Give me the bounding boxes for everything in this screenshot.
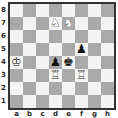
square-e3[interactable] xyxy=(62,69,75,82)
chess-diagram: 87654321 ♞♘♞♘♟♚♔♟♚♜♖♜♖ abcdefgh xyxy=(0,0,118,118)
square-c2[interactable] xyxy=(36,82,49,95)
white-rook-f3[interactable]: ♜♖ xyxy=(75,69,88,82)
rank-label-8: 8 xyxy=(0,4,7,17)
square-b3[interactable] xyxy=(23,69,36,82)
file-label-h: h xyxy=(101,110,114,118)
piece-outline: ♘ xyxy=(49,17,62,30)
rank-label-5: 5 xyxy=(0,43,7,56)
square-g7[interactable] xyxy=(88,17,101,30)
square-h6[interactable] xyxy=(101,30,114,43)
file-label-d: d xyxy=(49,110,62,118)
file-label-e: e xyxy=(62,110,75,118)
white-knight-d7[interactable]: ♞♘ xyxy=(49,17,62,30)
file-label-b: b xyxy=(23,110,36,118)
piece-fill: ♟ xyxy=(75,43,88,56)
square-a7[interactable] xyxy=(10,17,23,30)
file-label-f: f xyxy=(75,110,88,118)
square-c7[interactable] xyxy=(36,17,49,30)
white-rook-d3[interactable]: ♜♖ xyxy=(49,69,62,82)
square-a6[interactable] xyxy=(10,30,23,43)
piece-outline: ♔ xyxy=(10,56,23,69)
square-h8[interactable] xyxy=(101,4,114,17)
square-g5[interactable] xyxy=(88,43,101,56)
square-h4[interactable] xyxy=(101,56,114,69)
square-c4[interactable] xyxy=(36,56,49,69)
file-label-c: c xyxy=(36,110,49,118)
rank-label-2: 2 xyxy=(0,82,7,95)
square-e4[interactable]: ♚ xyxy=(62,56,75,69)
square-g8[interactable] xyxy=(88,4,101,17)
black-pawn-f5[interactable]: ♟ xyxy=(75,43,88,56)
file-label-g: g xyxy=(88,110,101,118)
square-g6[interactable] xyxy=(88,30,101,43)
square-c6[interactable] xyxy=(36,30,49,43)
square-c8[interactable] xyxy=(36,4,49,17)
rank-label-1: 1 xyxy=(0,95,7,108)
square-c3[interactable] xyxy=(36,69,49,82)
square-f8[interactable] xyxy=(75,4,88,17)
square-d6[interactable] xyxy=(49,30,62,43)
piece-fill: ♚ xyxy=(62,56,75,69)
piece-outline: ♖ xyxy=(75,69,88,82)
square-d2[interactable] xyxy=(49,82,62,95)
square-e1[interactable] xyxy=(62,95,75,108)
square-e2[interactable] xyxy=(62,82,75,95)
square-e7[interactable]: ♞♘ xyxy=(62,17,75,30)
square-a3[interactable] xyxy=(10,69,23,82)
square-g2[interactable] xyxy=(88,82,101,95)
rank-labels: 87654321 xyxy=(0,4,7,108)
square-f2[interactable] xyxy=(75,82,88,95)
square-d3[interactable]: ♜♖ xyxy=(49,69,62,82)
square-h3[interactable] xyxy=(101,69,114,82)
square-f1[interactable] xyxy=(75,95,88,108)
rank-label-6: 6 xyxy=(0,30,7,43)
square-c1[interactable] xyxy=(36,95,49,108)
square-f3[interactable]: ♜♖ xyxy=(75,69,88,82)
square-h5[interactable] xyxy=(101,43,114,56)
square-b5[interactable] xyxy=(23,43,36,56)
square-b7[interactable] xyxy=(23,17,36,30)
square-a8[interactable] xyxy=(10,4,23,17)
white-knight-e7[interactable]: ♞♘ xyxy=(62,17,75,30)
square-b1[interactable] xyxy=(23,95,36,108)
square-b2[interactable] xyxy=(23,82,36,95)
square-a2[interactable] xyxy=(10,82,23,95)
square-f7[interactable] xyxy=(75,17,88,30)
square-f5[interactable]: ♟ xyxy=(75,43,88,56)
square-h2[interactable] xyxy=(101,82,114,95)
square-g1[interactable] xyxy=(88,95,101,108)
square-e6[interactable] xyxy=(62,30,75,43)
square-d1[interactable] xyxy=(49,95,62,108)
rank-label-7: 7 xyxy=(0,17,7,30)
rank-label-3: 3 xyxy=(0,69,7,82)
square-c5[interactable] xyxy=(36,43,49,56)
chess-board: ♞♘♞♘♟♚♔♟♚♜♖♜♖ xyxy=(8,2,116,110)
piece-outline: ♘ xyxy=(62,17,75,30)
file-labels: abcdefgh xyxy=(10,110,114,118)
square-d7[interactable]: ♞♘ xyxy=(49,17,62,30)
square-b6[interactable] xyxy=(23,30,36,43)
square-a4[interactable]: ♚♔ xyxy=(10,56,23,69)
square-h7[interactable] xyxy=(101,17,114,30)
square-a1[interactable] xyxy=(10,95,23,108)
black-king-e4[interactable]: ♚ xyxy=(62,56,75,69)
piece-outline: ♖ xyxy=(49,69,62,82)
square-b8[interactable] xyxy=(23,4,36,17)
white-king-a4[interactable]: ♚♔ xyxy=(10,56,23,69)
square-g3[interactable] xyxy=(88,69,101,82)
square-h1[interactable] xyxy=(101,95,114,108)
rank-label-4: 4 xyxy=(0,56,7,69)
file-label-a: a xyxy=(10,110,23,118)
square-b4[interactable] xyxy=(23,56,36,69)
square-g4[interactable] xyxy=(88,56,101,69)
